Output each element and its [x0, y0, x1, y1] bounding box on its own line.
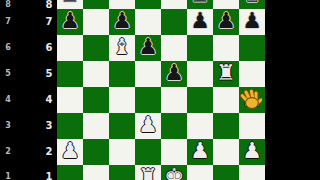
- square-h1[interactable]: [239, 165, 265, 180]
- game-screen: 8877665544332211 ♜♜♚♟♟♟♟♟♝♟♟♜♟♟♟♟♟♜♚: [0, 0, 320, 180]
- square-d2[interactable]: [135, 139, 161, 165]
- square-f4[interactable]: [187, 87, 213, 113]
- black-pawn-d6[interactable]: ♟: [138, 36, 158, 58]
- rank-label-outer-1: 1: [4, 172, 12, 180]
- rank-label-main-2: 2: [44, 147, 54, 157]
- white-pawn-a2[interactable]: ♟: [60, 140, 80, 162]
- square-e6[interactable]: [161, 35, 187, 61]
- square-h6[interactable]: [239, 35, 265, 61]
- rank-label-main-1: 1: [44, 172, 54, 180]
- square-c2[interactable]: [109, 139, 135, 165]
- rank-label-outer-5: 5: [4, 69, 12, 78]
- square-g5[interactable]: ♜: [213, 61, 239, 87]
- black-rook-f8[interactable]: ♜: [190, 0, 210, 6]
- square-c6[interactable]: ♝: [109, 35, 135, 61]
- square-a6[interactable]: [57, 35, 83, 61]
- black-rook-a8[interactable]: ♜: [60, 0, 80, 6]
- square-g4[interactable]: [213, 87, 239, 113]
- square-d3[interactable]: ♟: [135, 113, 161, 139]
- square-f1[interactable]: [187, 165, 213, 180]
- square-b6[interactable]: [83, 35, 109, 61]
- square-d5[interactable]: [135, 61, 161, 87]
- rank-label-outer-2: 2: [4, 147, 12, 156]
- black-king-h8[interactable]: ♚: [242, 0, 262, 6]
- rank-label-outer-6: 6: [4, 43, 12, 52]
- square-b4[interactable]: [83, 87, 109, 113]
- black-pawn-h7[interactable]: ♟: [242, 10, 262, 32]
- square-e5[interactable]: ♟: [161, 61, 187, 87]
- chess-board[interactable]: ♜♜♚♟♟♟♟♟♝♟♟♜♟♟♟♟♟♜♚: [57, 0, 265, 180]
- white-pawn-d3[interactable]: ♟: [138, 114, 158, 136]
- square-e7[interactable]: [161, 9, 187, 35]
- square-e4[interactable]: [161, 87, 187, 113]
- rank-label-main-3: 3: [44, 121, 54, 131]
- black-pawn-f7[interactable]: ♟: [190, 10, 210, 32]
- square-d7[interactable]: [135, 9, 161, 35]
- square-f2[interactable]: ♟: [187, 139, 213, 165]
- square-c7[interactable]: ♟: [109, 9, 135, 35]
- white-bishop-c6[interactable]: ♝: [112, 36, 132, 58]
- square-a5[interactable]: [57, 61, 83, 87]
- rank-label-main-8: 8: [44, 0, 54, 10]
- square-b1[interactable]: [83, 165, 109, 180]
- rank-label-main-7: 7: [44, 17, 54, 27]
- black-pawn-g7[interactable]: ♟: [216, 10, 236, 32]
- square-f3[interactable]: [187, 113, 213, 139]
- square-e8[interactable]: [161, 0, 187, 9]
- rank-label-main-6: 6: [44, 43, 54, 53]
- rank-label-main-4: 4: [44, 95, 54, 105]
- square-a1[interactable]: [57, 165, 83, 180]
- square-h3[interactable]: [239, 113, 265, 139]
- hand-cursor-icon[interactable]: [240, 88, 262, 109]
- black-pawn-a7[interactable]: ♟: [60, 10, 80, 32]
- white-pawn-h2[interactable]: ♟: [242, 140, 262, 162]
- white-rook-g5[interactable]: ♜: [216, 62, 236, 84]
- black-pawn-e5[interactable]: ♟: [164, 62, 184, 84]
- square-d4[interactable]: [135, 87, 161, 113]
- square-c1[interactable]: [109, 165, 135, 180]
- square-e3[interactable]: [161, 113, 187, 139]
- rank-label-outer-4: 4: [4, 95, 12, 104]
- square-c5[interactable]: [109, 61, 135, 87]
- square-e2[interactable]: [161, 139, 187, 165]
- square-h2[interactable]: ♟: [239, 139, 265, 165]
- white-king-e1[interactable]: ♚: [164, 166, 184, 180]
- square-d6[interactable]: ♟: [135, 35, 161, 61]
- square-c4[interactable]: [109, 87, 135, 113]
- square-a4[interactable]: [57, 87, 83, 113]
- square-g1[interactable]: [213, 165, 239, 180]
- square-f7[interactable]: ♟: [187, 9, 213, 35]
- rank-label-outer-8: 8: [4, 0, 12, 9]
- square-h5[interactable]: [239, 61, 265, 87]
- square-g3[interactable]: [213, 113, 239, 139]
- square-a7[interactable]: ♟: [57, 9, 83, 35]
- rank-label-outer-7: 7: [4, 17, 12, 26]
- square-a3[interactable]: [57, 113, 83, 139]
- square-e1[interactable]: ♚: [161, 165, 187, 180]
- square-d1[interactable]: ♜: [135, 165, 161, 180]
- square-a2[interactable]: ♟: [57, 139, 83, 165]
- square-g6[interactable]: [213, 35, 239, 61]
- white-pawn-f2[interactable]: ♟: [190, 140, 210, 162]
- square-g7[interactable]: ♟: [213, 9, 239, 35]
- black-pawn-c7[interactable]: ♟: [112, 10, 132, 32]
- square-b8[interactable]: [83, 0, 109, 9]
- square-b2[interactable]: [83, 139, 109, 165]
- square-b3[interactable]: [83, 113, 109, 139]
- square-c3[interactable]: [109, 113, 135, 139]
- square-g2[interactable]: [213, 139, 239, 165]
- square-f5[interactable]: [187, 61, 213, 87]
- square-b5[interactable]: [83, 61, 109, 87]
- square-h7[interactable]: ♟: [239, 9, 265, 35]
- square-f6[interactable]: [187, 35, 213, 61]
- square-b7[interactable]: [83, 9, 109, 35]
- rank-label-main-5: 5: [44, 69, 54, 79]
- rank-label-outer-3: 3: [4, 121, 12, 130]
- white-rook-d1[interactable]: ♜: [138, 166, 158, 180]
- square-d8[interactable]: [135, 0, 161, 9]
